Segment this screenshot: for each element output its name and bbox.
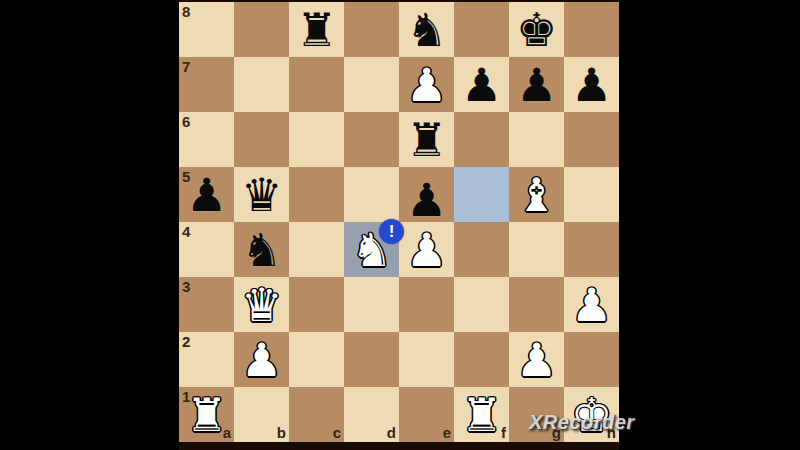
file-label-b: b bbox=[277, 424, 286, 441]
piece-black-king[interactable]: ♚ bbox=[509, 2, 564, 57]
piece-white-pawn[interactable]: ♟ bbox=[399, 57, 454, 112]
square-e5[interactable]: ♟ bbox=[399, 167, 454, 222]
square-d8[interactable] bbox=[344, 2, 399, 57]
rank-label-4: 4 bbox=[182, 223, 190, 240]
square-f2[interactable] bbox=[454, 332, 509, 387]
piece-black-rook[interactable]: ♜ bbox=[289, 2, 344, 57]
square-f3[interactable] bbox=[454, 277, 509, 332]
square-g4[interactable] bbox=[509, 222, 564, 277]
square-b8[interactable] bbox=[234, 2, 289, 57]
file-label-a: a bbox=[223, 424, 231, 441]
piece-black-knight[interactable]: ♞ bbox=[399, 2, 454, 57]
square-c3[interactable] bbox=[289, 277, 344, 332]
chess-board[interactable]: ! 8♜♞♚7♟♟♟♟6♜5♟♛♟♝4♞♞♟3♛♟2♟♟1a♜bcdef♜gh♚ bbox=[179, 2, 619, 442]
square-h5[interactable] bbox=[564, 167, 619, 222]
square-g2[interactable]: ♟ bbox=[509, 332, 564, 387]
rank-label-3: 3 bbox=[182, 278, 190, 295]
file-label-c: c bbox=[333, 424, 341, 441]
square-h3[interactable]: ♟ bbox=[564, 277, 619, 332]
square-h6[interactable] bbox=[564, 112, 619, 167]
piece-black-pawn[interactable]: ♟ bbox=[509, 57, 564, 112]
square-c2[interactable] bbox=[289, 332, 344, 387]
square-b2[interactable]: ♟ bbox=[234, 332, 289, 387]
square-c1[interactable]: c bbox=[289, 387, 344, 442]
good-move-badge: ! bbox=[379, 219, 404, 244]
rank-label-8: 8 bbox=[182, 3, 190, 20]
square-a6[interactable]: 6 bbox=[179, 112, 234, 167]
square-c4[interactable] bbox=[289, 222, 344, 277]
square-e8[interactable]: ♞ bbox=[399, 2, 454, 57]
square-b5[interactable]: ♛ bbox=[234, 167, 289, 222]
screen: ! 8♜♞♚7♟♟♟♟6♜5♟♛♟♝4♞♞♟3♛♟2♟♟1a♜bcdef♜gh♚… bbox=[0, 0, 800, 450]
square-d6[interactable] bbox=[344, 112, 399, 167]
piece-black-pawn[interactable]: ♟ bbox=[399, 172, 454, 227]
piece-black-knight[interactable]: ♞ bbox=[234, 222, 289, 277]
square-f8[interactable] bbox=[454, 2, 509, 57]
file-label-e: e bbox=[443, 424, 451, 441]
rank-label-1: 1 bbox=[182, 388, 190, 405]
square-a2[interactable]: 2 bbox=[179, 332, 234, 387]
rank-label-5: 5 bbox=[182, 168, 190, 185]
square-e7[interactable]: ♟ bbox=[399, 57, 454, 112]
rank-label-7: 7 bbox=[182, 58, 190, 75]
square-f7[interactable]: ♟ bbox=[454, 57, 509, 112]
square-d7[interactable] bbox=[344, 57, 399, 112]
square-b6[interactable] bbox=[234, 112, 289, 167]
square-g6[interactable] bbox=[509, 112, 564, 167]
file-label-d: d bbox=[387, 424, 396, 441]
square-g8[interactable]: ♚ bbox=[509, 2, 564, 57]
square-d5[interactable] bbox=[344, 167, 399, 222]
square-e4[interactable]: ♟ bbox=[399, 222, 454, 277]
square-e3[interactable] bbox=[399, 277, 454, 332]
screen-recorder-watermark: XRecorder bbox=[529, 411, 635, 434]
square-c5[interactable] bbox=[289, 167, 344, 222]
square-d1[interactable]: d bbox=[344, 387, 399, 442]
rank-label-2: 2 bbox=[182, 333, 190, 350]
piece-black-pawn[interactable]: ♟ bbox=[564, 57, 619, 112]
piece-black-queen[interactable]: ♛ bbox=[234, 167, 289, 222]
square-c6[interactable] bbox=[289, 112, 344, 167]
piece-white-pawn[interactable]: ♟ bbox=[509, 332, 564, 387]
piece-black-rook[interactable]: ♜ bbox=[399, 112, 454, 167]
piece-black-pawn[interactable]: ♟ bbox=[454, 57, 509, 112]
square-g7[interactable]: ♟ bbox=[509, 57, 564, 112]
square-e1[interactable]: e bbox=[399, 387, 454, 442]
square-d2[interactable] bbox=[344, 332, 399, 387]
square-d3[interactable] bbox=[344, 277, 399, 332]
square-a1[interactable]: 1a♜ bbox=[179, 387, 234, 442]
square-a7[interactable]: 7 bbox=[179, 57, 234, 112]
square-h4[interactable] bbox=[564, 222, 619, 277]
square-a5[interactable]: 5♟ bbox=[179, 167, 234, 222]
square-a4[interactable]: 4 bbox=[179, 222, 234, 277]
piece-white-bishop[interactable]: ♝ bbox=[509, 167, 564, 222]
square-b4[interactable]: ♞ bbox=[234, 222, 289, 277]
square-b7[interactable] bbox=[234, 57, 289, 112]
square-a3[interactable]: 3 bbox=[179, 277, 234, 332]
piece-white-pawn[interactable]: ♟ bbox=[234, 332, 289, 387]
square-e2[interactable] bbox=[399, 332, 454, 387]
piece-white-queen[interactable]: ♛ bbox=[234, 277, 289, 332]
square-a8[interactable]: 8 bbox=[179, 2, 234, 57]
square-h2[interactable] bbox=[564, 332, 619, 387]
square-f6[interactable] bbox=[454, 112, 509, 167]
square-h8[interactable] bbox=[564, 2, 619, 57]
piece-white-pawn[interactable]: ♟ bbox=[399, 222, 454, 277]
square-b3[interactable]: ♛ bbox=[234, 277, 289, 332]
square-g3[interactable] bbox=[509, 277, 564, 332]
square-c8[interactable]: ♜ bbox=[289, 2, 344, 57]
square-c7[interactable] bbox=[289, 57, 344, 112]
square-e6[interactable]: ♜ bbox=[399, 112, 454, 167]
square-f4[interactable] bbox=[454, 222, 509, 277]
file-label-f: f bbox=[501, 424, 506, 441]
rank-label-6: 6 bbox=[182, 113, 190, 130]
square-f5[interactable] bbox=[454, 167, 509, 222]
square-f1[interactable]: f♜ bbox=[454, 387, 509, 442]
chess-board-frame: ! 8♜♞♚7♟♟♟♟6♜5♟♛♟♝4♞♞♟3♛♟2♟♟1a♜bcdef♜gh♚ bbox=[179, 0, 619, 450]
piece-white-pawn[interactable]: ♟ bbox=[564, 277, 619, 332]
square-g5[interactable]: ♝ bbox=[509, 167, 564, 222]
square-h7[interactable]: ♟ bbox=[564, 57, 619, 112]
square-b1[interactable]: b bbox=[234, 387, 289, 442]
